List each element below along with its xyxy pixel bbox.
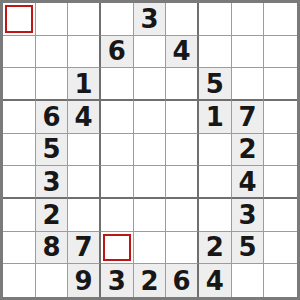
cell-r2c2[interactable]: 1 <box>68 68 101 101</box>
cell-r6c1[interactable]: 2 <box>36 199 69 232</box>
cell-r3c0[interactable] <box>3 101 36 134</box>
cell-r2c4[interactable] <box>134 68 167 101</box>
cell-r8c5[interactable]: 6 <box>166 264 199 297</box>
cell-r6c3[interactable] <box>101 199 134 232</box>
cell-r0c7[interactable] <box>232 3 265 36</box>
cell-r4c4[interactable] <box>134 134 167 167</box>
cell-r7c8[interactable] <box>264 232 297 265</box>
cell-r5c4[interactable] <box>134 166 167 199</box>
cell-r6c7[interactable]: 3 <box>232 199 265 232</box>
cell-r4c6[interactable] <box>199 134 232 167</box>
cell-r4c7[interactable]: 2 <box>232 134 265 167</box>
cell-r5c1[interactable]: 3 <box>36 166 69 199</box>
highlighted-cell-outline <box>103 234 131 262</box>
cell-r8c6[interactable]: 4 <box>199 264 232 297</box>
cell-r1c7[interactable] <box>232 36 265 69</box>
cell-r6c8[interactable] <box>264 199 297 232</box>
cell-r8c8[interactable] <box>264 264 297 297</box>
cell-r4c1[interactable]: 5 <box>36 134 69 167</box>
cell-r7c6[interactable]: 2 <box>199 232 232 265</box>
cell-r8c7[interactable] <box>232 264 265 297</box>
cell-r6c0[interactable] <box>3 199 36 232</box>
cell-r8c1[interactable] <box>36 264 69 297</box>
cell-r1c2[interactable] <box>68 36 101 69</box>
cell-r1c5[interactable]: 4 <box>166 36 199 69</box>
cell-r1c6[interactable] <box>199 36 232 69</box>
cell-r0c4[interactable]: 3 <box>134 3 167 36</box>
cell-r3c7[interactable]: 7 <box>232 101 265 134</box>
highlighted-cell-outline <box>5 5 33 33</box>
cell-r0c2[interactable] <box>68 3 101 36</box>
cell-r2c3[interactable] <box>101 68 134 101</box>
cell-r8c3[interactable]: 3 <box>101 264 134 297</box>
cell-r7c3[interactable] <box>101 232 134 265</box>
cell-r5c6[interactable] <box>199 166 232 199</box>
cell-r4c8[interactable] <box>264 134 297 167</box>
cell-r0c8[interactable] <box>264 3 297 36</box>
cell-r0c1[interactable] <box>36 3 69 36</box>
cell-r0c3[interactable] <box>101 3 134 36</box>
cell-r8c4[interactable]: 2 <box>134 264 167 297</box>
cell-r2c1[interactable] <box>36 68 69 101</box>
cell-r2c0[interactable] <box>3 68 36 101</box>
cell-r0c0[interactable] <box>3 3 36 36</box>
cell-r4c5[interactable] <box>166 134 199 167</box>
cell-r2c5[interactable] <box>166 68 199 101</box>
cell-r6c6[interactable] <box>199 199 232 232</box>
cell-r2c7[interactable] <box>232 68 265 101</box>
cell-r4c0[interactable] <box>3 134 36 167</box>
cell-r6c4[interactable] <box>134 199 167 232</box>
cell-r7c4[interactable] <box>134 232 167 265</box>
cell-r7c1[interactable]: 8 <box>36 232 69 265</box>
cell-r5c0[interactable] <box>3 166 36 199</box>
cell-r0c6[interactable] <box>199 3 232 36</box>
cell-r5c7[interactable]: 4 <box>232 166 265 199</box>
cell-r5c3[interactable] <box>101 166 134 199</box>
cell-r3c6[interactable]: 1 <box>199 101 232 134</box>
cell-r1c4[interactable] <box>134 36 167 69</box>
cell-r7c2[interactable]: 7 <box>68 232 101 265</box>
sudoku-board: 364156417523423872593264 <box>0 0 300 300</box>
cell-r4c2[interactable] <box>68 134 101 167</box>
cell-r3c4[interactable] <box>134 101 167 134</box>
cell-r3c5[interactable] <box>166 101 199 134</box>
cell-r5c2[interactable] <box>68 166 101 199</box>
cell-r1c0[interactable] <box>3 36 36 69</box>
cell-r1c8[interactable] <box>264 36 297 69</box>
cell-r3c2[interactable]: 4 <box>68 101 101 134</box>
cell-r4c3[interactable] <box>101 134 134 167</box>
cell-r6c2[interactable] <box>68 199 101 232</box>
cell-r7c0[interactable] <box>3 232 36 265</box>
cell-r5c5[interactable] <box>166 166 199 199</box>
cell-r6c5[interactable] <box>166 199 199 232</box>
cell-r7c5[interactable] <box>166 232 199 265</box>
cell-r3c8[interactable] <box>264 101 297 134</box>
cell-r5c8[interactable] <box>264 166 297 199</box>
cell-r0c5[interactable] <box>166 3 199 36</box>
cell-r7c7[interactable]: 5 <box>232 232 265 265</box>
cell-r1c3[interactable]: 6 <box>101 36 134 69</box>
cell-r3c3[interactable] <box>101 101 134 134</box>
cell-r8c2[interactable]: 9 <box>68 264 101 297</box>
cell-r2c8[interactable] <box>264 68 297 101</box>
cell-r3c1[interactable]: 6 <box>36 101 69 134</box>
cell-r8c0[interactable] <box>3 264 36 297</box>
cell-r2c6[interactable]: 5 <box>199 68 232 101</box>
cell-r1c1[interactable] <box>36 36 69 69</box>
